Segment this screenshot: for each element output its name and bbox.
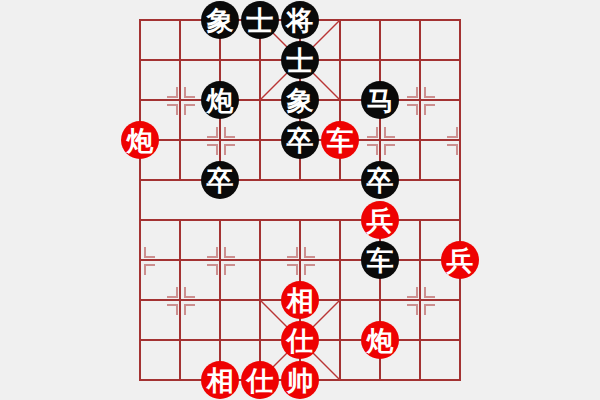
piece-black-advisor[interactable]: 士 <box>241 1 279 39</box>
piece-black-horse[interactable]: 马 <box>361 81 399 119</box>
piece-glyph: 卒 <box>207 167 234 194</box>
piece-black-advisor[interactable]: 士 <box>281 41 319 79</box>
point-marker <box>167 304 178 315</box>
piece-black-pawn[interactable]: 卒 <box>201 161 239 199</box>
point-marker <box>167 287 178 298</box>
piece-black-elephant[interactable]: 象 <box>201 1 239 39</box>
point-marker <box>384 144 395 155</box>
point-marker <box>184 304 195 315</box>
piece-red-pawn[interactable]: 兵 <box>361 201 399 239</box>
point-marker <box>287 264 298 275</box>
piece-red-advisor[interactable]: 仕 <box>281 321 319 359</box>
point-marker <box>144 264 155 275</box>
piece-glyph: 炮 <box>127 127 154 154</box>
point-marker <box>207 144 218 155</box>
piece-glyph: 兵 <box>367 207 394 234</box>
piece-red-advisor[interactable]: 仕 <box>241 361 279 399</box>
piece-black-cannon[interactable]: 炮 <box>201 81 239 119</box>
piece-glyph: 卒 <box>287 127 314 154</box>
piece-glyph: 卒 <box>367 167 394 194</box>
piece-glyph: 仕 <box>287 327 314 354</box>
piece-red-general[interactable]: 帅 <box>281 361 319 399</box>
piece-glyph: 相 <box>287 287 314 314</box>
point-marker <box>207 247 218 258</box>
point-marker <box>424 104 435 115</box>
point-marker <box>424 87 435 98</box>
point-marker <box>424 304 435 315</box>
piece-glyph: 车 <box>327 127 354 154</box>
piece-glyph: 将 <box>287 7 314 34</box>
point-marker <box>224 264 235 275</box>
piece-glyph: 马 <box>367 87 394 114</box>
point-marker <box>367 127 378 138</box>
point-marker <box>207 127 218 138</box>
piece-glyph: 兵 <box>447 247 474 274</box>
point-marker <box>367 144 378 155</box>
piece-glyph: 士 <box>287 47 314 74</box>
point-marker <box>224 144 235 155</box>
point-marker <box>167 104 178 115</box>
piece-red-elephant[interactable]: 相 <box>201 361 239 399</box>
piece-red-cannon[interactable]: 炮 <box>361 321 399 359</box>
piece-black-general[interactable]: 将 <box>281 1 319 39</box>
point-marker <box>424 287 435 298</box>
point-marker <box>304 264 315 275</box>
point-marker <box>184 287 195 298</box>
piece-glyph: 车 <box>367 247 394 274</box>
point-marker <box>287 247 298 258</box>
point-marker <box>407 287 418 298</box>
piece-black-elephant[interactable]: 象 <box>281 81 319 119</box>
piece-glyph: 帅 <box>287 367 314 394</box>
piece-black-pawn[interactable]: 卒 <box>281 121 319 159</box>
piece-glyph: 相 <box>207 367 234 394</box>
piece-glyph: 士 <box>247 7 274 34</box>
piece-glyph: 象 <box>207 7 234 34</box>
piece-red-cannon[interactable]: 炮 <box>121 121 159 159</box>
piece-red-elephant[interactable]: 相 <box>281 281 319 319</box>
point-marker <box>407 304 418 315</box>
piece-glyph: 仕 <box>247 367 274 394</box>
piece-red-chariot[interactable]: 车 <box>321 121 359 159</box>
point-marker <box>167 87 178 98</box>
piece-glyph: 炮 <box>367 327 394 354</box>
piece-black-pawn[interactable]: 卒 <box>361 161 399 199</box>
point-marker <box>184 87 195 98</box>
point-marker <box>447 144 458 155</box>
point-marker <box>207 264 218 275</box>
point-marker <box>447 127 458 138</box>
point-marker <box>407 104 418 115</box>
point-marker <box>184 104 195 115</box>
point-marker <box>304 247 315 258</box>
piece-black-chariot[interactable]: 车 <box>361 241 399 279</box>
piece-red-pawn[interactable]: 兵 <box>441 241 479 279</box>
piece-glyph: 炮 <box>207 87 234 114</box>
point-marker <box>144 247 155 258</box>
point-marker <box>384 127 395 138</box>
xiangqi-app: 象士将士炮象马卒卒卒车炮车兵兵相仕炮相仕帅 <box>0 0 600 400</box>
point-marker <box>224 247 235 258</box>
point-marker <box>224 127 235 138</box>
point-marker <box>407 87 418 98</box>
piece-glyph: 象 <box>287 87 314 114</box>
